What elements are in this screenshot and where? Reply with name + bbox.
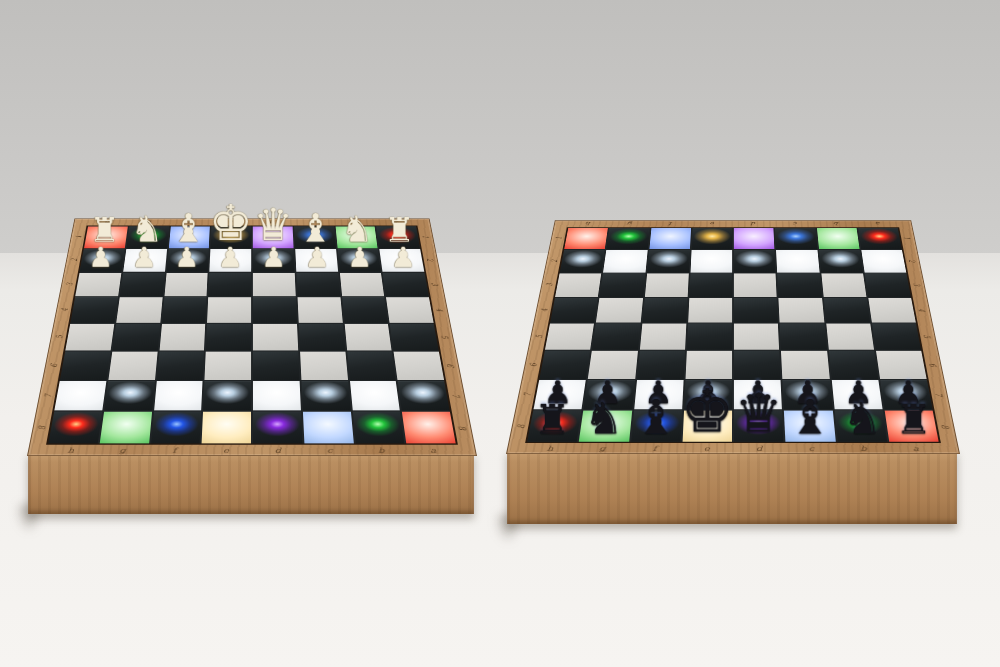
square-f8: ♝	[631, 410, 682, 441]
square-b2: ♟	[337, 249, 381, 272]
square-g4	[596, 298, 643, 323]
square-g5	[112, 324, 160, 351]
coordinate-label: e	[211, 219, 252, 226]
square-g7	[104, 381, 155, 411]
square-b5	[826, 324, 874, 350]
coordinate-label: 4	[899, 306, 946, 314]
coordinate-label: h	[567, 221, 609, 228]
coordinate-label: 1	[404, 233, 447, 240]
square-e5	[206, 324, 251, 351]
square-g8	[99, 412, 151, 444]
square-c2	[776, 250, 819, 272]
coordinate-label: 8	[436, 423, 489, 433]
coordinate-label: 4	[417, 306, 464, 314]
square-e7	[203, 381, 251, 411]
square-b3	[339, 273, 384, 297]
square-d3	[734, 273, 777, 297]
square-b5	[344, 324, 392, 351]
coordinate-label: g	[608, 221, 650, 228]
square-f3	[644, 273, 688, 297]
square-c8	[303, 412, 354, 444]
square-d8: ♛	[734, 410, 784, 441]
square-c5	[299, 324, 345, 351]
coordinate-label: c	[293, 219, 335, 226]
coordinate-label: h	[523, 443, 577, 453]
square-f8	[151, 412, 202, 444]
coordinate-label: 2	[531, 257, 576, 264]
coordinate-label: 3	[894, 281, 940, 288]
coordinate-label: 6	[908, 360, 958, 369]
square-d4	[734, 298, 778, 323]
coordinate-label: f	[169, 219, 211, 226]
square-e4	[688, 298, 732, 323]
coordinate-label: f	[628, 443, 681, 453]
square-d4	[253, 297, 297, 322]
coordinate-label: 2	[890, 257, 935, 264]
board-grid: ♜♞♝♚♛♝♞♜♟♟♟♟♟♟♟♟	[46, 226, 458, 445]
coordinate-label: e	[681, 443, 733, 453]
square-d6	[253, 351, 299, 379]
square-d5	[734, 324, 779, 350]
square-b7	[350, 381, 401, 411]
coordinate-label: d	[733, 221, 775, 228]
square-b2	[819, 250, 863, 272]
board-top: hgfedcba hgfedcba 12345678 12345678 ♜♞♝♚…	[27, 218, 477, 456]
square-g5	[592, 324, 640, 350]
square-g4	[116, 297, 162, 322]
coordinate-label: g	[576, 443, 629, 453]
file-labels-back: hgfedcba	[87, 219, 418, 226]
coordinate-label: 3	[526, 281, 572, 288]
square-d5	[253, 324, 298, 351]
coordinate-label: 8	[919, 421, 972, 431]
board-front-face	[507, 450, 957, 524]
piece-black-rook: ♜	[895, 400, 931, 440]
piece-black-queen: ♛	[735, 387, 783, 440]
square-f4	[642, 298, 687, 323]
coordinate-label: f	[650, 221, 692, 228]
square-e2: ♟	[210, 249, 252, 272]
square-b4	[823, 298, 870, 323]
piece-white-pawn: ♟	[218, 243, 243, 271]
square-c3	[296, 273, 340, 297]
coordinate-label: 8	[494, 421, 547, 431]
square-f4	[162, 297, 207, 322]
square-e3	[208, 273, 251, 297]
board-front-face	[28, 452, 474, 514]
coordinate-label: d	[733, 443, 785, 453]
coordinate-label: 1	[56, 233, 99, 240]
square-d2: ♟	[253, 249, 295, 272]
square-g8: ♞	[579, 410, 632, 441]
board-grid: ♟♟♟♟♟♟♟♟♜♞♝♚♛♝♞♜	[525, 227, 941, 443]
square-f2	[647, 250, 690, 272]
square-c3	[777, 273, 821, 297]
coordinate-label: 7	[913, 390, 965, 399]
square-g2: ♟	[123, 249, 167, 272]
square-d1	[734, 228, 775, 249]
square-d7	[253, 381, 301, 411]
square-c2: ♟	[295, 249, 338, 272]
piece-black-rook: ♜	[534, 400, 570, 440]
square-d2	[734, 250, 776, 272]
square-c1	[775, 228, 817, 249]
coordinate-label: 5	[35, 333, 83, 342]
coordinate-label: 6	[426, 361, 476, 370]
square-f1	[649, 228, 691, 249]
piece-black-knight: ♞	[843, 397, 882, 440]
square-c8: ♝	[784, 410, 835, 441]
square-b8	[352, 412, 404, 444]
coordinate-label: 6	[28, 361, 78, 370]
coordinate-label: 7	[22, 391, 73, 401]
coordinate-label: 5	[514, 332, 563, 340]
square-e8: ♚	[682, 410, 732, 441]
coordinate-label: c	[785, 443, 838, 453]
square-g1	[607, 228, 650, 249]
square-f2: ♟	[166, 249, 209, 272]
coordinate-label: e	[691, 221, 733, 228]
coordinate-label: 3	[46, 280, 92, 288]
piece-black-knight: ♞	[585, 397, 624, 440]
square-b6	[347, 351, 396, 379]
piece-white-pawn: ♟	[132, 243, 157, 271]
coordinate-label: g	[96, 445, 149, 456]
piece-black-bishop: ♝	[789, 393, 831, 440]
square-f7	[154, 381, 203, 411]
square-g3	[600, 273, 645, 297]
coordinate-label: 7	[431, 391, 482, 401]
square-e3	[689, 273, 732, 297]
square-e4	[207, 297, 251, 322]
coordinate-label: a	[889, 443, 943, 453]
square-b1	[817, 228, 860, 249]
coordinate-label: b	[334, 219, 376, 226]
file-labels-front: hgfedcba	[44, 445, 460, 456]
coordinate-label: 3	[412, 280, 458, 288]
piece-white-pawn: ♟	[261, 243, 286, 271]
square-f5	[159, 324, 205, 351]
coordinate-label: g	[128, 219, 170, 226]
square-b8: ♞	[834, 410, 887, 441]
coordinate-label: c	[774, 221, 816, 228]
coordinate-label: 6	[508, 360, 558, 369]
coordinate-label: 5	[421, 333, 469, 342]
coordinate-label: d	[252, 219, 293, 226]
piece-white-pawn: ♟	[175, 243, 200, 271]
square-e8	[202, 412, 251, 444]
coordinate-label: h	[87, 219, 129, 226]
piece-white-pawn: ♟	[304, 243, 329, 271]
file-labels-front: hgfedcba	[523, 443, 943, 453]
coordinate-label: a	[406, 445, 459, 456]
square-c4	[779, 298, 824, 323]
file-labels-back: hgfedcba	[567, 221, 899, 228]
coordinate-label: h	[44, 445, 97, 456]
square-c6	[300, 351, 348, 379]
coordinate-label: 4	[41, 306, 88, 314]
square-f6	[156, 351, 204, 379]
square-d8	[253, 412, 302, 444]
coordinate-label: 2	[408, 256, 452, 263]
piece-white-pawn: ♟	[348, 243, 373, 271]
square-c4	[297, 297, 342, 322]
coordinate-label: a	[375, 219, 417, 226]
coordinate-label: 7	[501, 390, 553, 399]
square-g2	[603, 250, 647, 272]
coordinate-label: b	[837, 443, 890, 453]
coordinate-label: c	[303, 445, 355, 456]
board-top: hgfedcba hgfedcba 12345678 12345678 ♟♟♟♟…	[506, 220, 960, 454]
coordinate-label: 1	[886, 235, 929, 242]
square-b3	[821, 273, 866, 297]
coordinate-label: 8	[15, 423, 68, 433]
square-e5	[687, 324, 732, 350]
piece-black-king: ♚	[681, 381, 734, 440]
square-e6	[205, 351, 251, 379]
coordinate-label: e	[200, 445, 252, 456]
coordinate-label: 1	[537, 235, 580, 242]
square-f5	[639, 324, 686, 350]
square-e1	[691, 228, 732, 249]
coordinate-label: 5	[903, 332, 952, 340]
coordinate-label: f	[148, 445, 200, 456]
square-c5	[780, 324, 827, 350]
square-d3	[253, 273, 296, 297]
coordinate-label: 2	[51, 256, 95, 263]
coordinate-label: b	[815, 221, 857, 228]
coordinate-label: 4	[520, 306, 567, 314]
square-b4	[342, 297, 388, 322]
coordinate-label: a	[857, 221, 899, 228]
square-f3	[164, 273, 208, 297]
square-g6	[108, 351, 157, 379]
piece-black-bishop: ♝	[634, 393, 676, 440]
square-g3	[120, 273, 165, 297]
square-c7	[301, 381, 350, 411]
coordinate-label: b	[355, 445, 408, 456]
square-e2	[690, 250, 732, 272]
coordinate-label: d	[252, 445, 304, 456]
